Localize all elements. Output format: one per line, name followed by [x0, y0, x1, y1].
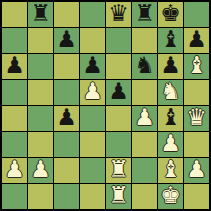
square-f3[interactable] — [132, 132, 157, 157]
square-c7[interactable]: ♟ — [54, 28, 79, 53]
piece-white-pawn: ♟ — [82, 80, 103, 103]
square-e7[interactable] — [106, 28, 131, 53]
piece-black-pawn: ♟ — [4, 54, 25, 77]
square-d8[interactable] — [80, 2, 105, 27]
piece-white-knight: ♞ — [160, 80, 181, 103]
square-g3[interactable]: ♟ — [158, 132, 183, 157]
square-d5[interactable]: ♟ — [80, 80, 105, 105]
piece-white-pawn: ♟ — [186, 158, 207, 181]
square-h7[interactable]: ♟ — [184, 28, 209, 53]
square-g4[interactable]: ♝ — [158, 106, 183, 131]
square-a7[interactable] — [2, 28, 27, 53]
square-h4[interactable]: ♛ — [184, 106, 209, 131]
piece-white-rook: ♜ — [108, 184, 129, 207]
piece-black-pawn: ♟ — [160, 54, 181, 77]
square-g1[interactable]: ♚ — [158, 184, 183, 209]
piece-black-bishop: ♝ — [160, 106, 181, 129]
square-f7[interactable] — [132, 28, 157, 53]
square-c8[interactable] — [54, 2, 79, 27]
square-e5[interactable]: ♟ — [106, 80, 131, 105]
piece-white-queen: ♛ — [186, 106, 207, 129]
square-d7[interactable] — [80, 28, 105, 53]
piece-black-pawn: ♟ — [108, 80, 129, 103]
square-b7[interactable] — [28, 28, 53, 53]
piece-white-bishop: ♝ — [186, 54, 207, 77]
square-h1[interactable] — [184, 184, 209, 209]
square-d3[interactable] — [80, 132, 105, 157]
piece-black-pawn: ♟ — [56, 106, 77, 129]
piece-white-king: ♚ — [160, 184, 181, 207]
square-e6[interactable] — [106, 54, 131, 79]
square-g7[interactable]: ♝ — [158, 28, 183, 53]
piece-black-pawn: ♟ — [186, 28, 207, 51]
piece-black-rook: ♜ — [30, 2, 51, 25]
square-a4[interactable] — [2, 106, 27, 131]
square-a1[interactable] — [2, 184, 27, 209]
square-e8[interactable]: ♛ — [106, 2, 131, 27]
square-e1[interactable]: ♜ — [106, 184, 131, 209]
square-c4[interactable]: ♟ — [54, 106, 79, 131]
square-c2[interactable] — [54, 158, 79, 183]
piece-white-pawn: ♟ — [30, 158, 51, 181]
square-g2[interactable]: ♝ — [158, 158, 183, 183]
square-a8[interactable] — [2, 2, 27, 27]
square-g8[interactable]: ♚ — [158, 2, 183, 27]
square-b3[interactable] — [28, 132, 53, 157]
square-c6[interactable] — [54, 54, 79, 79]
square-d4[interactable] — [80, 106, 105, 131]
square-e2[interactable]: ♜ — [106, 158, 131, 183]
square-d2[interactable] — [80, 158, 105, 183]
square-e4[interactable] — [106, 106, 131, 131]
square-b4[interactable] — [28, 106, 53, 131]
piece-white-rook: ♜ — [108, 158, 129, 181]
square-h8[interactable] — [184, 2, 209, 27]
square-b5[interactable] — [28, 80, 53, 105]
square-h6[interactable]: ♝ — [184, 54, 209, 79]
square-h3[interactable] — [184, 132, 209, 157]
square-f4[interactable]: ♟ — [132, 106, 157, 131]
square-d1[interactable] — [80, 184, 105, 209]
square-f8[interactable]: ♜ — [132, 2, 157, 27]
piece-white-pawn: ♟ — [160, 132, 181, 155]
piece-white-pawn: ♟ — [4, 158, 25, 181]
chess-board: ♜♛♜♚♟♝♟♟♟♞♟♝♟♟♞♟♟♝♛♟♟♟♜♝♟♜♚ — [0, 0, 211, 211]
square-e3[interactable] — [106, 132, 131, 157]
square-g6[interactable]: ♟ — [158, 54, 183, 79]
piece-black-rook: ♜ — [134, 2, 155, 25]
square-a6[interactable]: ♟ — [2, 54, 27, 79]
piece-black-queen: ♛ — [108, 2, 129, 25]
piece-black-pawn: ♟ — [56, 28, 77, 51]
square-f1[interactable] — [132, 184, 157, 209]
square-c5[interactable] — [54, 80, 79, 105]
square-h2[interactable]: ♟ — [184, 158, 209, 183]
piece-white-pawn: ♟ — [134, 106, 155, 129]
square-b6[interactable] — [28, 54, 53, 79]
square-g5[interactable]: ♞ — [158, 80, 183, 105]
square-f5[interactable] — [132, 80, 157, 105]
square-f6[interactable]: ♞ — [132, 54, 157, 79]
piece-black-bishop: ♝ — [160, 28, 181, 51]
square-h5[interactable] — [184, 80, 209, 105]
square-a3[interactable] — [2, 132, 27, 157]
square-d6[interactable]: ♟ — [80, 54, 105, 79]
square-b2[interactable]: ♟ — [28, 158, 53, 183]
piece-black-pawn: ♟ — [82, 54, 103, 77]
square-f2[interactable] — [132, 158, 157, 183]
square-a2[interactable]: ♟ — [2, 158, 27, 183]
piece-black-knight: ♞ — [134, 54, 155, 77]
square-c3[interactable] — [54, 132, 79, 157]
square-b1[interactable] — [28, 184, 53, 209]
square-c1[interactable] — [54, 184, 79, 209]
square-a5[interactable] — [2, 80, 27, 105]
square-b8[interactable]: ♜ — [28, 2, 53, 27]
piece-white-bishop: ♝ — [160, 158, 181, 181]
piece-black-king: ♚ — [160, 2, 181, 25]
